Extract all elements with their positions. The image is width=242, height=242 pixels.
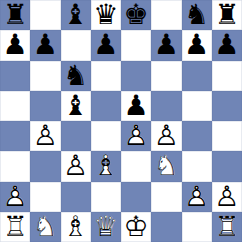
piece-black-pawn[interactable]: ♟ bbox=[121, 91, 151, 121]
piece-black-pawn[interactable]: ♟ bbox=[151, 30, 181, 60]
square-f7[interactable]: ♟ bbox=[151, 30, 181, 60]
square-g1[interactable] bbox=[182, 212, 212, 242]
square-h2[interactable]: ♟♙ bbox=[212, 182, 242, 212]
square-a1[interactable]: ♜♖ bbox=[0, 212, 30, 242]
square-d4[interactable] bbox=[91, 121, 121, 151]
square-e3[interactable] bbox=[121, 151, 151, 181]
square-c8[interactable]: ♝ bbox=[61, 0, 91, 30]
piece-black-pawn[interactable]: ♟ bbox=[182, 30, 212, 60]
piece-black-pawn[interactable]: ♟ bbox=[212, 30, 242, 60]
square-c1[interactable]: ♝♗ bbox=[61, 212, 91, 242]
piece-fill: ♞ bbox=[182, 0, 212, 30]
square-a7[interactable]: ♟ bbox=[0, 30, 30, 60]
piece-outline: ♖ bbox=[0, 212, 30, 242]
square-c6[interactable]: ♞ bbox=[61, 61, 91, 91]
piece-outline: ♙ bbox=[0, 182, 30, 212]
piece-outline: ♘ bbox=[30, 212, 60, 242]
piece-fill: ♟ bbox=[151, 30, 181, 60]
piece-fill: ♝ bbox=[61, 91, 91, 121]
square-d5[interactable] bbox=[91, 91, 121, 121]
piece-white-pawn[interactable]: ♟♙ bbox=[121, 121, 151, 151]
piece-fill: ♜ bbox=[212, 0, 242, 30]
square-d8[interactable]: ♛ bbox=[91, 0, 121, 30]
square-a3[interactable] bbox=[0, 151, 30, 181]
square-a5[interactable] bbox=[0, 91, 30, 121]
piece-white-knight[interactable]: ♞♘ bbox=[30, 212, 60, 242]
piece-black-knight[interactable]: ♞ bbox=[61, 61, 91, 91]
piece-outline: ♙ bbox=[61, 151, 91, 181]
piece-fill: ♟ bbox=[121, 91, 151, 121]
square-h3[interactable] bbox=[212, 151, 242, 181]
piece-black-rook[interactable]: ♜ bbox=[212, 0, 242, 30]
piece-white-pawn[interactable]: ♟♙ bbox=[0, 182, 30, 212]
square-h4[interactable] bbox=[212, 121, 242, 151]
piece-outline: ♙ bbox=[30, 121, 60, 151]
square-g5[interactable] bbox=[182, 91, 212, 121]
square-b3[interactable] bbox=[30, 151, 60, 181]
square-g3[interactable] bbox=[182, 151, 212, 181]
square-d6[interactable] bbox=[91, 61, 121, 91]
chess-board: ♜♝♛♚♞♜♟♟♟♟♟♟♞♝♟♟♙♟♙♟♙♟♙♝♗♞♘♟♙♟♙♟♙♜♖♞♘♝♗♛… bbox=[0, 0, 242, 242]
square-g8[interactable]: ♞ bbox=[182, 0, 212, 30]
piece-white-rook[interactable]: ♜♖ bbox=[212, 212, 242, 242]
square-g7[interactable]: ♟ bbox=[182, 30, 212, 60]
square-f1[interactable] bbox=[151, 212, 181, 242]
piece-outline: ♖ bbox=[212, 212, 242, 242]
square-c2[interactable] bbox=[61, 182, 91, 212]
square-h8[interactable]: ♜ bbox=[212, 0, 242, 30]
piece-outline: ♙ bbox=[151, 121, 181, 151]
square-b7[interactable]: ♟ bbox=[30, 30, 60, 60]
piece-white-pawn[interactable]: ♟♙ bbox=[151, 121, 181, 151]
square-e5[interactable]: ♟ bbox=[121, 91, 151, 121]
piece-black-rook[interactable]: ♜ bbox=[0, 0, 30, 30]
piece-outline: ♗ bbox=[91, 151, 121, 181]
piece-fill: ♟ bbox=[0, 30, 30, 60]
piece-fill: ♟ bbox=[91, 30, 121, 60]
square-g6[interactable] bbox=[182, 61, 212, 91]
piece-outline: ♗ bbox=[61, 212, 91, 242]
piece-fill: ♞ bbox=[61, 61, 91, 91]
piece-black-bishop[interactable]: ♝ bbox=[61, 0, 91, 30]
square-e8[interactable]: ♚ bbox=[121, 0, 151, 30]
square-a4[interactable] bbox=[0, 121, 30, 151]
square-b5[interactable] bbox=[30, 91, 60, 121]
square-f4[interactable]: ♟♙ bbox=[151, 121, 181, 151]
square-c7[interactable] bbox=[61, 30, 91, 60]
square-g4[interactable] bbox=[182, 121, 212, 151]
piece-black-bishop[interactable]: ♝ bbox=[61, 91, 91, 121]
piece-black-king[interactable]: ♚ bbox=[121, 0, 151, 30]
square-a8[interactable]: ♜ bbox=[0, 0, 30, 30]
piece-fill: ♛ bbox=[91, 0, 121, 30]
square-c3[interactable]: ♟♙ bbox=[61, 151, 91, 181]
square-h1[interactable]: ♜♖ bbox=[212, 212, 242, 242]
square-e7[interactable] bbox=[121, 30, 151, 60]
piece-outline: ♙ bbox=[212, 182, 242, 212]
piece-outline: ♕ bbox=[91, 212, 121, 242]
square-e4[interactable]: ♟♙ bbox=[121, 121, 151, 151]
square-h5[interactable] bbox=[212, 91, 242, 121]
piece-white-king[interactable]: ♚♔ bbox=[121, 212, 151, 242]
piece-white-pawn[interactable]: ♟♙ bbox=[182, 182, 212, 212]
piece-black-queen[interactable]: ♛ bbox=[91, 0, 121, 30]
piece-outline: ♙ bbox=[182, 182, 212, 212]
piece-fill: ♚ bbox=[121, 0, 151, 30]
square-b6[interactable] bbox=[30, 61, 60, 91]
square-f6[interactable] bbox=[151, 61, 181, 91]
square-g2[interactable]: ♟♙ bbox=[182, 182, 212, 212]
square-c4[interactable] bbox=[61, 121, 91, 151]
square-f3[interactable]: ♞♘ bbox=[151, 151, 181, 181]
square-b2[interactable] bbox=[30, 182, 60, 212]
piece-white-knight[interactable]: ♞♘ bbox=[151, 151, 181, 181]
square-d2[interactable] bbox=[91, 182, 121, 212]
piece-white-pawn[interactable]: ♟♙ bbox=[61, 151, 91, 181]
square-d3[interactable]: ♝♗ bbox=[91, 151, 121, 181]
piece-outline: ♔ bbox=[121, 212, 151, 242]
square-h7[interactable]: ♟ bbox=[212, 30, 242, 60]
piece-outline: ♙ bbox=[121, 121, 151, 151]
piece-black-pawn[interactable]: ♟ bbox=[0, 30, 30, 60]
square-e2[interactable] bbox=[121, 182, 151, 212]
piece-white-pawn[interactable]: ♟♙ bbox=[212, 182, 242, 212]
square-b8[interactable] bbox=[30, 0, 60, 30]
piece-white-bishop[interactable]: ♝♗ bbox=[91, 151, 121, 181]
square-e1[interactable]: ♚♔ bbox=[121, 212, 151, 242]
square-f8[interactable] bbox=[151, 0, 181, 30]
square-f2[interactable] bbox=[151, 182, 181, 212]
square-d1[interactable]: ♛♕ bbox=[91, 212, 121, 242]
square-h6[interactable] bbox=[212, 61, 242, 91]
piece-white-pawn[interactable]: ♟♙ bbox=[30, 121, 60, 151]
piece-outline: ♘ bbox=[151, 151, 181, 181]
square-a6[interactable] bbox=[0, 61, 30, 91]
square-f5[interactable] bbox=[151, 91, 181, 121]
piece-white-queen[interactable]: ♛♕ bbox=[91, 212, 121, 242]
piece-fill: ♜ bbox=[0, 0, 30, 30]
piece-fill: ♟ bbox=[212, 30, 242, 60]
square-a2[interactable]: ♟♙ bbox=[0, 182, 30, 212]
square-e6[interactable] bbox=[121, 61, 151, 91]
piece-black-knight[interactable]: ♞ bbox=[182, 0, 212, 30]
piece-black-pawn[interactable]: ♟ bbox=[30, 30, 60, 60]
piece-white-bishop[interactable]: ♝♗ bbox=[61, 212, 91, 242]
square-b4[interactable]: ♟♙ bbox=[30, 121, 60, 151]
piece-white-rook[interactable]: ♜♖ bbox=[0, 212, 30, 242]
piece-black-pawn[interactable]: ♟ bbox=[91, 30, 121, 60]
square-c5[interactable]: ♝ bbox=[61, 91, 91, 121]
piece-fill: ♝ bbox=[61, 0, 91, 30]
square-d7[interactable]: ♟ bbox=[91, 30, 121, 60]
piece-fill: ♟ bbox=[182, 30, 212, 60]
piece-fill: ♟ bbox=[30, 30, 60, 60]
square-b1[interactable]: ♞♘ bbox=[30, 212, 60, 242]
